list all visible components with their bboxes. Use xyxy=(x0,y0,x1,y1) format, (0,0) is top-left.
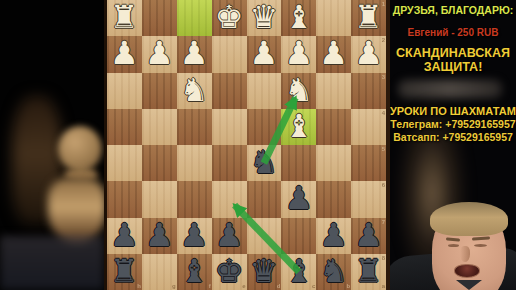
square-b8[interactable]: ♞b xyxy=(316,254,351,290)
square-h6[interactable] xyxy=(107,181,142,217)
square-h7[interactable]: ♟ xyxy=(107,218,142,254)
square-f5[interactable] xyxy=(177,145,212,181)
rank-label: 3 xyxy=(382,74,385,80)
blurred-text-region xyxy=(398,80,502,98)
rank-label: 8 xyxy=(382,255,385,261)
black-bishop-f8[interactable]: ♝ xyxy=(180,255,209,287)
square-c1[interactable]: ♝ xyxy=(281,0,316,36)
black-knight-b8[interactable]: ♞ xyxy=(319,255,348,287)
square-b1[interactable] xyxy=(316,0,351,36)
square-c2[interactable]: ♟ xyxy=(281,36,316,72)
black-pawn-e7[interactable]: ♟ xyxy=(215,219,244,251)
square-a8[interactable]: ♜a8 xyxy=(351,254,386,290)
white-bishop-c1[interactable]: ♝ xyxy=(284,1,313,33)
square-h1[interactable]: ♜ xyxy=(107,0,142,36)
square-e1[interactable]: ♚ xyxy=(212,0,247,36)
square-g4[interactable] xyxy=(142,109,177,145)
square-g6[interactable] xyxy=(142,181,177,217)
streamer-nose-shadow xyxy=(460,246,470,262)
square-f2[interactable]: ♟ xyxy=(177,36,212,72)
square-h5[interactable] xyxy=(107,145,142,181)
square-g5[interactable] xyxy=(142,145,177,181)
black-pawn-h7[interactable]: ♟ xyxy=(110,219,139,251)
square-f1[interactable] xyxy=(177,0,212,36)
square-e5[interactable] xyxy=(212,145,247,181)
background-photo-strip xyxy=(0,0,104,290)
square-f4[interactable] xyxy=(177,109,212,145)
telegram-contact: Телеграм: +79529165957 xyxy=(390,118,516,130)
square-c5[interactable] xyxy=(281,145,316,181)
square-e6[interactable] xyxy=(212,181,247,217)
black-rook-h8[interactable]: ♜ xyxy=(110,255,139,287)
square-h4[interactable] xyxy=(107,109,142,145)
white-pawn-c2[interactable]: ♟ xyxy=(284,37,313,69)
square-c6[interactable]: ♟ xyxy=(281,181,316,217)
white-pawn-f2[interactable]: ♟ xyxy=(180,37,209,69)
chess-board[interactable]: ♜♚♛♝♜1♟♟♟♟♟♟♟2♞♞3♝4♞5♟6♟♟♟♟♟♟7♜hg♝f♚e♛d♝… xyxy=(107,0,386,290)
square-c7[interactable] xyxy=(281,218,316,254)
white-pawn-h2[interactable]: ♟ xyxy=(110,37,139,69)
square-e8[interactable]: ♚e xyxy=(212,254,247,290)
streamer-eye-left xyxy=(448,244,459,247)
lessons-title: УРОКИ ПО ШАХМАТАМ: xyxy=(390,105,516,117)
square-a5[interactable]: 5 xyxy=(351,145,386,181)
black-bishop-c8[interactable]: ♝ xyxy=(284,255,313,287)
rank-label: 5 xyxy=(382,146,385,152)
square-b6[interactable] xyxy=(316,181,351,217)
square-a6[interactable]: 6 xyxy=(351,181,386,217)
square-h8[interactable]: ♜h xyxy=(107,254,142,290)
square-e4[interactable] xyxy=(212,109,247,145)
file-label: b xyxy=(346,283,350,289)
black-queen-d8[interactable]: ♛ xyxy=(250,255,279,287)
square-e2[interactable] xyxy=(212,36,247,72)
file-label: c xyxy=(312,283,315,289)
white-knight-c3[interactable]: ♞ xyxy=(284,74,313,106)
black-king-e8[interactable]: ♚ xyxy=(215,255,244,287)
stream-info-panel: ДРУЗЬЯ, БЛАГОДАРЮ: Евгений - 250 RUB СКА… xyxy=(390,0,516,290)
thanks-title: ДРУЗЬЯ, БЛАГОДАРЮ: xyxy=(390,4,516,16)
file-label: a xyxy=(382,283,385,289)
square-f6[interactable] xyxy=(177,181,212,217)
chess-board-frame: ♜♚♛♝♜1♟♟♟♟♟♟♟2♞♞3♝4♞5♟6♟♟♟♟♟♟7♜hg♝f♚e♛d♝… xyxy=(104,0,390,290)
white-pawn-g2[interactable]: ♟ xyxy=(145,37,174,69)
square-d3[interactable] xyxy=(247,73,282,109)
square-g7[interactable]: ♟ xyxy=(142,218,177,254)
rank-label: 2 xyxy=(382,37,385,43)
square-b7[interactable]: ♟ xyxy=(316,218,351,254)
square-g2[interactable]: ♟ xyxy=(142,36,177,72)
white-bishop-c4[interactable]: ♝ xyxy=(284,110,313,142)
file-label: f xyxy=(209,283,211,289)
square-d2[interactable]: ♟ xyxy=(247,36,282,72)
whatsapp-contact: Ватсапп: +79529165957 xyxy=(390,131,516,143)
black-knight-d5[interactable]: ♞ xyxy=(250,146,279,178)
video-frame: ♜♚♛♝♜1♟♟♟♟♟♟♟2♞♞3♝4♞5♟6♟♟♟♟♟♟7♜hg♝f♚e♛d♝… xyxy=(0,0,516,290)
square-d4[interactable] xyxy=(247,109,282,145)
donation-text: Евгений - 250 RUB xyxy=(390,27,516,38)
rank-label: 4 xyxy=(382,110,385,116)
square-a2[interactable]: ♟2 xyxy=(351,36,386,72)
streamer-eye-right xyxy=(474,244,487,247)
square-a4[interactable]: 4 xyxy=(351,109,386,145)
white-knight-f3[interactable]: ♞ xyxy=(180,74,209,106)
square-c3[interactable]: ♞ xyxy=(281,73,316,109)
square-h3[interactable] xyxy=(107,73,142,109)
square-g1[interactable] xyxy=(142,0,177,36)
file-label: e xyxy=(242,283,245,289)
square-f3[interactable]: ♞ xyxy=(177,73,212,109)
square-a1[interactable]: ♜1 xyxy=(351,0,386,36)
black-pawn-g7[interactable]: ♟ xyxy=(145,219,174,251)
white-rook-h1[interactable]: ♜ xyxy=(110,1,139,33)
square-b3[interactable] xyxy=(316,73,351,109)
rank-label: 7 xyxy=(382,219,385,225)
black-rook-a8[interactable]: ♜ xyxy=(354,255,383,287)
white-pawn-a2[interactable]: ♟ xyxy=(354,37,383,69)
square-h2[interactable]: ♟ xyxy=(107,36,142,72)
square-g8[interactable]: g xyxy=(142,254,177,290)
rank-label: 1 xyxy=(382,1,385,7)
white-pawn-b2[interactable]: ♟ xyxy=(319,37,348,69)
square-c8[interactable]: ♝c xyxy=(281,254,316,290)
black-pawn-f7[interactable]: ♟ xyxy=(180,219,209,251)
square-a7[interactable]: ♟7 xyxy=(351,218,386,254)
square-b2[interactable]: ♟ xyxy=(316,36,351,72)
black-pawn-b7[interactable]: ♟ xyxy=(319,219,348,251)
white-queen-d1[interactable]: ♛ xyxy=(250,1,279,33)
square-g3[interactable] xyxy=(142,73,177,109)
square-e7[interactable]: ♟ xyxy=(212,218,247,254)
white-pawn-d2[interactable]: ♟ xyxy=(250,37,279,69)
square-f8[interactable]: ♝f xyxy=(177,254,212,290)
opening-name-line2: ЗАЩИТА! xyxy=(390,60,516,74)
square-d6[interactable] xyxy=(247,181,282,217)
square-d1[interactable]: ♛ xyxy=(247,0,282,36)
square-f7[interactable]: ♟ xyxy=(177,218,212,254)
square-d5[interactable]: ♞ xyxy=(247,145,282,181)
white-rook-a1[interactable]: ♜ xyxy=(354,1,383,33)
square-d8[interactable]: ♛d xyxy=(247,254,282,290)
blurred-bronze-pawn-base xyxy=(48,178,104,244)
streamer-hair xyxy=(430,202,508,236)
file-label: h xyxy=(137,283,141,289)
file-label: g xyxy=(172,283,176,289)
rank-label: 6 xyxy=(382,182,385,188)
opening-name-line1: СКАНДИНАВСКАЯ xyxy=(390,46,516,60)
streamer-mouth xyxy=(454,264,480,278)
file-label: d xyxy=(277,283,281,289)
square-d7[interactable] xyxy=(247,218,282,254)
black-pawn-c6[interactable]: ♟ xyxy=(284,182,313,214)
blurred-bronze-pawn-head xyxy=(58,126,102,172)
square-e3[interactable] xyxy=(212,73,247,109)
white-king-e1[interactable]: ♚ xyxy=(215,1,244,33)
square-b4[interactable] xyxy=(316,109,351,145)
blurred-table-reflection xyxy=(0,236,104,290)
square-a3[interactable]: 3 xyxy=(351,73,386,109)
square-c4[interactable]: ♝ xyxy=(281,109,316,145)
square-b5[interactable] xyxy=(316,145,351,181)
black-pawn-a7[interactable]: ♟ xyxy=(354,219,383,251)
